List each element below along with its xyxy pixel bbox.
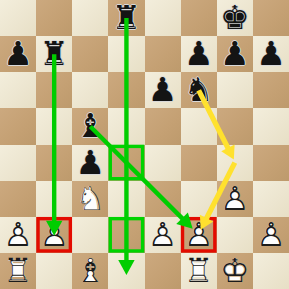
square-f8[interactable] (181, 0, 217, 36)
square-a4[interactable] (0, 145, 36, 181)
square-c2[interactable] (72, 217, 108, 253)
piece-white-pawn[interactable]: ♟♙ (217, 181, 253, 217)
square-e7[interactable] (145, 36, 181, 72)
square-e5[interactable] (145, 108, 181, 144)
piece-black-rook[interactable]: ♜ (108, 0, 144, 36)
square-f5[interactable] (181, 108, 217, 144)
square-h2[interactable]: ♟♙ (253, 217, 289, 253)
piece-white-pawn[interactable]: ♟♙ (36, 217, 72, 253)
square-a8[interactable] (0, 0, 36, 36)
piece-black-pawn[interactable]: ♟ (72, 145, 108, 181)
square-h6[interactable] (253, 72, 289, 108)
piece-outline-glyph: ♗ (72, 253, 108, 289)
piece-black-pawn[interactable]: ♟ (181, 36, 217, 72)
square-h8[interactable] (253, 0, 289, 36)
piece-outline-glyph: ♙ (181, 217, 217, 253)
square-e6[interactable]: ♟ (145, 72, 181, 108)
square-e4[interactable] (145, 145, 181, 181)
square-h1[interactable] (253, 253, 289, 289)
piece-glyph: ♟ (253, 36, 289, 72)
piece-black-rook[interactable]: ♜ (36, 36, 72, 72)
square-f2[interactable]: ♟♙ (181, 217, 217, 253)
square-b1[interactable] (36, 253, 72, 289)
square-g1[interactable]: ♚♔ (217, 253, 253, 289)
square-a7[interactable]: ♟ (0, 36, 36, 72)
piece-white-pawn[interactable]: ♟♙ (145, 217, 181, 253)
piece-white-pawn[interactable]: ♟♙ (253, 217, 289, 253)
piece-outline-glyph: ♙ (0, 217, 36, 253)
square-d2[interactable] (108, 217, 144, 253)
piece-black-pawn[interactable]: ♟ (145, 72, 181, 108)
square-h3[interactable] (253, 181, 289, 217)
square-c7[interactable] (72, 36, 108, 72)
square-f3[interactable] (181, 181, 217, 217)
piece-white-rook[interactable]: ♜♖ (0, 253, 36, 289)
piece-outline-glyph: ♖ (0, 253, 36, 289)
piece-white-pawn[interactable]: ♟♙ (0, 217, 36, 253)
piece-black-pawn[interactable]: ♟ (217, 36, 253, 72)
piece-white-bishop[interactable]: ♝♗ (72, 253, 108, 289)
square-f1[interactable]: ♜♖ (181, 253, 217, 289)
square-d4[interactable] (108, 145, 144, 181)
piece-glyph: ♜ (36, 36, 72, 72)
piece-black-pawn[interactable]: ♟ (0, 36, 36, 72)
piece-white-pawn[interactable]: ♟♙ (181, 217, 217, 253)
piece-outline-glyph: ♖ (181, 253, 217, 289)
square-e2[interactable]: ♟♙ (145, 217, 181, 253)
piece-outline-glyph: ♙ (36, 217, 72, 253)
square-d3[interactable] (108, 181, 144, 217)
piece-black-bishop[interactable]: ♝ (72, 108, 108, 144)
piece-glyph: ♞ (181, 72, 217, 108)
piece-glyph: ♟ (0, 36, 36, 72)
piece-black-knight[interactable]: ♞ (181, 72, 217, 108)
square-g5[interactable] (217, 108, 253, 144)
piece-white-king[interactable]: ♚♔ (217, 253, 253, 289)
piece-glyph: ♟ (145, 72, 181, 108)
square-b7[interactable]: ♜ (36, 36, 72, 72)
square-b2[interactable]: ♟♙ (36, 217, 72, 253)
square-b5[interactable] (36, 108, 72, 144)
square-a6[interactable] (0, 72, 36, 108)
square-c5[interactable]: ♝ (72, 108, 108, 144)
piece-white-rook[interactable]: ♜♖ (181, 253, 217, 289)
square-d7[interactable] (108, 36, 144, 72)
piece-glyph: ♟ (217, 36, 253, 72)
square-f6[interactable]: ♞ (181, 72, 217, 108)
square-h4[interactable] (253, 145, 289, 181)
square-c3[interactable]: ♞♘ (72, 181, 108, 217)
square-e1[interactable] (145, 253, 181, 289)
square-b8[interactable] (36, 0, 72, 36)
square-a3[interactable] (0, 181, 36, 217)
square-b3[interactable] (36, 181, 72, 217)
square-e3[interactable] (145, 181, 181, 217)
square-f4[interactable] (181, 145, 217, 181)
square-d6[interactable] (108, 72, 144, 108)
piece-outline-glyph: ♙ (217, 181, 253, 217)
square-g7[interactable]: ♟ (217, 36, 253, 72)
square-c4[interactable]: ♟ (72, 145, 108, 181)
square-b6[interactable] (36, 72, 72, 108)
square-c6[interactable] (72, 72, 108, 108)
square-c1[interactable]: ♝♗ (72, 253, 108, 289)
square-h5[interactable] (253, 108, 289, 144)
square-g6[interactable] (217, 72, 253, 108)
piece-glyph: ♟ (72, 145, 108, 181)
piece-glyph: ♟ (181, 36, 217, 72)
piece-outline-glyph: ♙ (145, 217, 181, 253)
piece-outline-glyph: ♘ (72, 181, 108, 217)
piece-glyph: ♜ (108, 0, 144, 36)
piece-black-pawn[interactable]: ♟ (253, 36, 289, 72)
square-g8[interactable]: ♚ (217, 0, 253, 36)
square-d1[interactable] (108, 253, 144, 289)
square-c8[interactable] (72, 0, 108, 36)
square-f7[interactable]: ♟ (181, 36, 217, 72)
piece-black-king[interactable]: ♚ (217, 0, 253, 36)
piece-outline-glyph: ♙ (253, 217, 289, 253)
piece-outline-glyph: ♔ (217, 253, 253, 289)
square-a5[interactable] (0, 108, 36, 144)
piece-white-knight[interactable]: ♞♘ (72, 181, 108, 217)
square-g3[interactable]: ♟♙ (217, 181, 253, 217)
square-g4[interactable] (217, 145, 253, 181)
piece-glyph: ♝ (72, 108, 108, 144)
square-a2[interactable]: ♟♙ (0, 217, 36, 253)
square-a1[interactable]: ♜♖ (0, 253, 36, 289)
square-h7[interactable]: ♟ (253, 36, 289, 72)
board-squares: ♜♚♟♜♟♟♟♟♞♝♟♞♘♟♙♟♙♟♙♟♙♟♙♟♙♜♖♝♗♜♖♚♔ (0, 0, 289, 289)
square-e8[interactable] (145, 0, 181, 36)
square-d8[interactable]: ♜ (108, 0, 144, 36)
square-d5[interactable] (108, 108, 144, 144)
piece-glyph: ♚ (217, 0, 253, 36)
square-g2[interactable] (217, 217, 253, 253)
square-b4[interactable] (36, 145, 72, 181)
chess-board: ♜♚♟♜♟♟♟♟♞♝♟♞♘♟♙♟♙♟♙♟♙♟♙♟♙♜♖♝♗♜♖♚♔ (0, 0, 289, 289)
